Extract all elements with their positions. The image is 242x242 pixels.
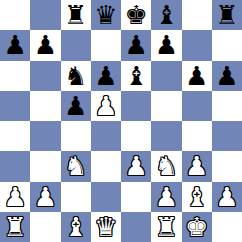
square-e3[interactable]: ♟ [121, 151, 151, 181]
square-h6[interactable]: ♟ [212, 61, 242, 91]
square-a5[interactable] [0, 91, 30, 121]
square-h2[interactable]: ♟ [212, 182, 242, 212]
piece-white-pawn[interactable]: ♟ [155, 184, 178, 210]
piece-white-pawn[interactable]: ♟ [34, 184, 57, 210]
square-h8[interactable]: ♜ [212, 0, 242, 30]
square-g8[interactable] [182, 0, 212, 30]
square-f5[interactable] [151, 91, 181, 121]
square-g5[interactable] [182, 91, 212, 121]
piece-white-rook[interactable]: ♜ [155, 214, 178, 240]
square-b1[interactable] [30, 212, 60, 242]
square-f4[interactable] [151, 121, 181, 151]
piece-black-pawn[interactable]: ♟ [185, 63, 208, 89]
square-h4[interactable] [212, 121, 242, 151]
piece-white-queen[interactable]: ♛ [94, 214, 117, 240]
square-d6[interactable]: ♟ [91, 61, 121, 91]
square-f7[interactable]: ♟ [151, 30, 181, 60]
piece-black-pawn[interactable]: ♟ [155, 32, 178, 58]
piece-black-pawn[interactable]: ♟ [94, 63, 117, 89]
square-a7[interactable]: ♟ [0, 30, 30, 60]
square-g3[interactable]: ♟ [182, 151, 212, 181]
square-d4[interactable] [91, 121, 121, 151]
square-c7[interactable] [61, 30, 91, 60]
square-f8[interactable]: ♝ [151, 0, 181, 30]
square-g6[interactable]: ♟ [182, 61, 212, 91]
piece-black-pawn[interactable]: ♟ [3, 32, 26, 58]
square-a3[interactable] [0, 151, 30, 181]
square-a6[interactable] [0, 61, 30, 91]
piece-white-knight[interactable]: ♞ [64, 153, 87, 179]
square-d1[interactable]: ♛ [91, 212, 121, 242]
square-f6[interactable] [151, 61, 181, 91]
piece-white-rook[interactable]: ♜ [3, 214, 26, 240]
square-c3[interactable]: ♞ [61, 151, 91, 181]
piece-black-king[interactable]: ♚ [124, 2, 147, 28]
piece-white-bishop[interactable]: ♝ [185, 184, 208, 210]
piece-white-king[interactable]: ♚ [185, 214, 208, 240]
square-b2[interactable]: ♟ [30, 182, 60, 212]
square-e6[interactable]: ♝ [121, 61, 151, 91]
square-b4[interactable] [30, 121, 60, 151]
square-g2[interactable]: ♝ [182, 182, 212, 212]
square-h5[interactable] [212, 91, 242, 121]
square-e2[interactable] [121, 182, 151, 212]
square-h3[interactable] [212, 151, 242, 181]
square-c2[interactable] [61, 182, 91, 212]
square-d8[interactable]: ♛ [91, 0, 121, 30]
square-d3[interactable] [91, 151, 121, 181]
square-b5[interactable] [30, 91, 60, 121]
piece-white-pawn[interactable]: ♟ [94, 93, 117, 119]
square-f2[interactable]: ♟ [151, 182, 181, 212]
square-a8[interactable] [0, 0, 30, 30]
square-c5[interactable]: ♟ [61, 91, 91, 121]
piece-black-rook[interactable]: ♜ [64, 2, 87, 28]
square-h1[interactable] [212, 212, 242, 242]
square-d7[interactable] [91, 30, 121, 60]
square-c8[interactable]: ♜ [61, 0, 91, 30]
square-c1[interactable]: ♝ [61, 212, 91, 242]
piece-white-pawn[interactable]: ♟ [185, 153, 208, 179]
piece-white-pawn[interactable]: ♟ [3, 184, 26, 210]
piece-black-rook[interactable]: ♜ [215, 2, 238, 28]
square-a2[interactable]: ♟ [0, 182, 30, 212]
piece-white-bishop[interactable]: ♝ [64, 214, 87, 240]
piece-black-bishop[interactable]: ♝ [155, 2, 178, 28]
square-c6[interactable]: ♞ [61, 61, 91, 91]
piece-white-pawn[interactable]: ♟ [215, 184, 238, 210]
piece-black-queen[interactable]: ♛ [94, 2, 117, 28]
square-a4[interactable] [0, 121, 30, 151]
square-d5[interactable]: ♟ [91, 91, 121, 121]
chess-board: ♜♛♚♝♜♟♟♟♟♞♟♝♟♟♟♟♞♟♞♟♟♟♟♝♟♜♝♛♜♚ [0, 0, 242, 242]
square-c4[interactable] [61, 121, 91, 151]
square-e7[interactable]: ♟ [121, 30, 151, 60]
piece-white-pawn[interactable]: ♟ [124, 153, 147, 179]
piece-black-pawn[interactable]: ♟ [34, 32, 57, 58]
square-b8[interactable] [30, 0, 60, 30]
piece-black-pawn[interactable]: ♟ [215, 63, 238, 89]
square-b6[interactable] [30, 61, 60, 91]
piece-white-knight[interactable]: ♞ [155, 153, 178, 179]
square-e8[interactable]: ♚ [121, 0, 151, 30]
square-b7[interactable]: ♟ [30, 30, 60, 60]
square-b3[interactable] [30, 151, 60, 181]
piece-black-knight[interactable]: ♞ [64, 63, 87, 89]
piece-black-pawn[interactable]: ♟ [64, 93, 87, 119]
square-f1[interactable]: ♜ [151, 212, 181, 242]
square-g4[interactable] [182, 121, 212, 151]
piece-black-bishop[interactable]: ♝ [124, 63, 147, 89]
square-h7[interactable] [212, 30, 242, 60]
square-e4[interactable] [121, 121, 151, 151]
piece-black-pawn[interactable]: ♟ [124, 32, 147, 58]
square-a1[interactable]: ♜ [0, 212, 30, 242]
square-g7[interactable] [182, 30, 212, 60]
square-e1[interactable] [121, 212, 151, 242]
square-e5[interactable] [121, 91, 151, 121]
square-g1[interactable]: ♚ [182, 212, 212, 242]
square-d2[interactable] [91, 182, 121, 212]
square-f3[interactable]: ♞ [151, 151, 181, 181]
